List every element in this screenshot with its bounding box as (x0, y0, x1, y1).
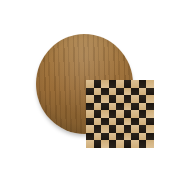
square-r1c7[interactable] (131, 80, 139, 88)
square-r2c8[interactable] (139, 88, 147, 96)
square-r6c3[interactable] (101, 118, 109, 126)
square-r7c4[interactable] (109, 125, 117, 133)
square-r8c6[interactable] (124, 133, 132, 141)
square-r7c7[interactable] (131, 125, 139, 133)
square-r6c5[interactable] (116, 118, 124, 126)
square-r9c1[interactable] (86, 140, 94, 148)
square-r4c5[interactable] (116, 103, 124, 111)
square-r1c4[interactable] (109, 80, 117, 88)
square-r5c5[interactable] (116, 110, 124, 118)
square-r2c4[interactable] (109, 88, 117, 96)
square-r3c8[interactable] (139, 95, 147, 103)
square-r9c4[interactable] (109, 140, 117, 148)
square-r9c9[interactable] (146, 140, 154, 148)
square-r5c3[interactable] (101, 110, 109, 118)
square-r8c2[interactable] (94, 133, 102, 141)
square-r3c6[interactable] (124, 95, 132, 103)
square-r3c9[interactable] (146, 95, 154, 103)
square-r5c1[interactable] (86, 110, 94, 118)
square-r6c7[interactable] (131, 118, 139, 126)
square-r2c1[interactable] (86, 88, 94, 96)
square-r7c2[interactable] (94, 125, 102, 133)
square-r5c4[interactable] (109, 110, 117, 118)
square-r2c3[interactable] (101, 88, 109, 96)
square-r4c3[interactable] (101, 103, 109, 111)
square-r3c5[interactable] (116, 95, 124, 103)
square-r1c5[interactable] (116, 80, 124, 88)
square-r4c4[interactable] (109, 103, 117, 111)
square-r6c6[interactable] (124, 118, 132, 126)
square-r3c7[interactable] (131, 95, 139, 103)
square-r4c1[interactable] (86, 103, 94, 111)
square-r5c2[interactable] (94, 110, 102, 118)
square-r5c7[interactable] (131, 110, 139, 118)
square-r4c2[interactable] (94, 103, 102, 111)
square-r8c9[interactable] (146, 133, 154, 141)
square-r6c2[interactable] (94, 118, 102, 126)
square-r6c1[interactable] (86, 118, 94, 126)
square-r6c4[interactable] (109, 118, 117, 126)
square-r1c3[interactable] (101, 80, 109, 88)
checkerboard (86, 80, 154, 148)
square-r2c5[interactable] (116, 88, 124, 96)
square-r8c8[interactable] (139, 133, 147, 141)
square-r6c9[interactable] (146, 118, 154, 126)
square-r1c1[interactable] (86, 80, 94, 88)
square-r1c6[interactable] (124, 80, 132, 88)
square-r2c7[interactable] (131, 88, 139, 96)
square-r4c7[interactable] (131, 103, 139, 111)
square-r1c2[interactable] (94, 80, 102, 88)
square-r7c6[interactable] (124, 125, 132, 133)
square-r3c1[interactable] (86, 95, 94, 103)
square-r9c7[interactable] (131, 140, 139, 148)
square-r8c4[interactable] (109, 133, 117, 141)
board-photo (0, 0, 170, 170)
square-r4c6[interactable] (124, 103, 132, 111)
square-r3c3[interactable] (101, 95, 109, 103)
square-r7c1[interactable] (86, 125, 94, 133)
square-r7c9[interactable] (146, 125, 154, 133)
square-r1c9[interactable] (146, 80, 154, 88)
square-r9c8[interactable] (139, 140, 147, 148)
square-r5c8[interactable] (139, 110, 147, 118)
square-r1c8[interactable] (139, 80, 147, 88)
square-r7c3[interactable] (101, 125, 109, 133)
square-r9c5[interactable] (116, 140, 124, 148)
round-wooden-board (36, 34, 133, 134)
square-r5c9[interactable] (146, 110, 154, 118)
square-r5c6[interactable] (124, 110, 132, 118)
square-r6c8[interactable] (139, 118, 147, 126)
square-r8c1[interactable] (86, 133, 94, 141)
square-r9c6[interactable] (124, 140, 132, 148)
square-r2c6[interactable] (124, 88, 132, 96)
square-r7c5[interactable] (116, 125, 124, 133)
square-r2c9[interactable] (146, 88, 154, 96)
square-r9c3[interactable] (101, 140, 109, 148)
square-r7c8[interactable] (139, 125, 147, 133)
square-r4c9[interactable] (146, 103, 154, 111)
square-r2c2[interactable] (94, 88, 102, 96)
square-r3c2[interactable] (94, 95, 102, 103)
square-r9c2[interactable] (94, 140, 102, 148)
square-r8c7[interactable] (131, 133, 139, 141)
square-r8c3[interactable] (101, 133, 109, 141)
square-r8c5[interactable] (116, 133, 124, 141)
square-r3c4[interactable] (109, 95, 117, 103)
square-r4c8[interactable] (139, 103, 147, 111)
